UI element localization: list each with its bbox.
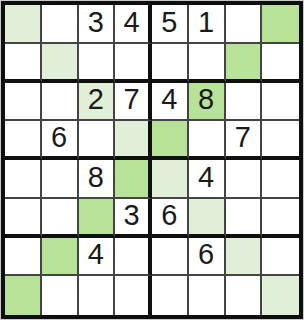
cell-r6c4[interactable]: 3 [115,199,152,238]
given-digit: 4 [124,8,140,39]
cell-r2c3[interactable] [79,44,116,83]
cell-r2c5[interactable] [152,44,189,83]
cell-r7c1[interactable] [5,238,42,277]
given-digit: 7 [124,85,140,116]
cell-r4c6[interactable] [189,121,226,160]
sudoku-frame: 3451274867843646 [0,0,304,320]
cell-r4c2[interactable]: 6 [42,121,79,160]
cell-r5c3[interactable]: 8 [79,160,116,199]
given-digit: 4 [88,240,104,271]
given-digit: 4 [198,163,214,194]
cell-r4c1[interactable] [5,121,42,160]
cell-r2c8[interactable] [262,44,299,83]
cell-r2c2[interactable] [42,44,79,83]
cell-r5c6[interactable]: 4 [189,160,226,199]
cell-r6c8[interactable] [262,199,299,238]
given-digit: 2 [88,85,104,116]
given-digit: 6 [198,240,214,271]
cell-r8c3[interactable] [79,276,116,315]
cell-r6c7[interactable] [226,199,263,238]
cell-r3c5[interactable]: 4 [152,83,189,122]
cell-r8c2[interactable] [42,276,79,315]
cell-r7c3[interactable]: 4 [79,238,116,277]
cell-r2c1[interactable] [5,44,42,83]
cell-r7c4[interactable] [115,238,152,277]
cell-r3c6[interactable]: 8 [189,83,226,122]
cell-r3c3[interactable]: 2 [79,83,116,122]
given-digit: 4 [161,85,177,116]
cell-r1c4[interactable]: 4 [115,5,152,44]
cell-r5c5[interactable] [152,160,189,199]
cell-r4c5[interactable] [152,121,189,160]
cell-r8c4[interactable] [115,276,152,315]
cell-r8c8[interactable] [262,276,299,315]
cell-r7c8[interactable] [262,238,299,277]
cell-r2c6[interactable] [189,44,226,83]
given-digit: 3 [88,8,104,39]
cell-r8c7[interactable] [226,276,263,315]
cell-r7c5[interactable] [152,238,189,277]
cell-r3c2[interactable] [42,83,79,122]
cell-r6c2[interactable] [42,199,79,238]
cell-r5c4[interactable] [115,160,152,199]
cell-r1c3[interactable]: 3 [79,5,116,44]
given-digit: 7 [235,123,251,154]
cell-r7c2[interactable] [42,238,79,277]
cell-r3c7[interactable] [226,83,263,122]
cell-r1c2[interactable] [42,5,79,44]
cell-r1c1[interactable] [5,5,42,44]
cell-r6c5[interactable]: 6 [152,199,189,238]
cell-r6c6[interactable] [189,199,226,238]
cell-r2c4[interactable] [115,44,152,83]
given-digit: 5 [161,8,177,39]
cell-r8c6[interactable] [189,276,226,315]
cell-r3c8[interactable] [262,83,299,122]
cell-r7c7[interactable] [226,238,263,277]
cell-r8c1[interactable] [5,276,42,315]
cell-r3c1[interactable] [5,83,42,122]
cell-r8c5[interactable] [152,276,189,315]
sudoku-board: 3451274867843646 [1,1,303,319]
cell-r5c2[interactable] [42,160,79,199]
given-digit: 6 [161,201,177,232]
cell-r1c6[interactable]: 1 [189,5,226,44]
cell-r1c8[interactable] [262,5,299,44]
cell-r1c5[interactable]: 5 [152,5,189,44]
cell-r6c1[interactable] [5,199,42,238]
cell-r4c8[interactable] [262,121,299,160]
cell-r5c8[interactable] [262,160,299,199]
given-digit: 8 [198,85,214,116]
cell-r4c7[interactable]: 7 [226,121,263,160]
cell-r5c1[interactable] [5,160,42,199]
cell-r4c3[interactable] [79,121,116,160]
cell-r6c3[interactable] [79,199,116,238]
given-digit: 6 [51,123,67,154]
given-digit: 8 [88,163,104,194]
cell-r5c7[interactable] [226,160,263,199]
cell-r7c6[interactable]: 6 [189,238,226,277]
given-digit: 3 [124,201,140,232]
given-digit: 1 [198,8,214,39]
cell-r1c7[interactable] [226,5,263,44]
cell-r4c4[interactable] [115,121,152,160]
cell-r2c7[interactable] [226,44,263,83]
cell-r3c4[interactable]: 7 [115,83,152,122]
